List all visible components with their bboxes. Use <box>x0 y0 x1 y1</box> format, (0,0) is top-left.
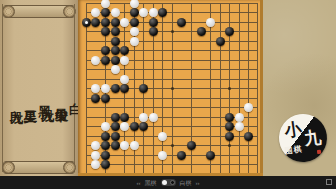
white-stone <box>130 37 139 46</box>
scroll-roller-end-icon <box>63 161 76 174</box>
white-stone <box>120 56 129 65</box>
white-stone <box>235 122 244 131</box>
white-stone <box>206 18 215 27</box>
logo-panel: 小 九 围棋 <box>263 0 336 176</box>
black-stone <box>216 37 225 46</box>
black-stone <box>101 151 110 160</box>
black-stone <box>82 18 91 27</box>
black-stone <box>111 132 120 141</box>
black-stone <box>101 94 110 103</box>
forward-arrows[interactable]: ›› <box>196 180 200 186</box>
rewind-arrows[interactable]: ‹‹ <box>137 180 141 186</box>
white-stone <box>139 113 148 122</box>
scroll-roller-top <box>3 5 75 18</box>
logo-char-jiu: 九 <box>303 126 323 151</box>
black-stone <box>111 84 120 93</box>
black-player-column: 黑 王星昊 九段 <box>9 25 51 165</box>
black-stone <box>244 132 253 141</box>
black-stone <box>130 8 139 17</box>
white-stone <box>120 75 129 84</box>
black-toggle-dot-icon <box>170 180 175 185</box>
white-stone <box>111 65 120 74</box>
black-stone <box>225 132 234 141</box>
white-stone <box>111 8 120 17</box>
black-stone <box>111 46 120 55</box>
white-stone <box>130 141 139 150</box>
black-stone <box>101 132 110 141</box>
white-stone <box>235 113 244 122</box>
black-stone <box>149 27 158 36</box>
black-stone <box>111 141 120 150</box>
scroll-roller-end-icon <box>2 5 15 18</box>
white-side-label: 白棋 <box>180 180 192 186</box>
go-board[interactable] <box>78 0 263 176</box>
scroll-roller-bottom <box>3 161 75 174</box>
black-stone <box>101 18 110 27</box>
black-stone <box>120 113 129 122</box>
white-stone <box>149 113 158 122</box>
black-stone <box>206 151 215 160</box>
black-stone <box>111 113 120 122</box>
black-stone <box>149 18 158 27</box>
white-stone <box>120 18 129 27</box>
player-scroll-panel: 白 申旻埈 九段 黑 王星昊 九段 <box>0 0 78 176</box>
black-stone <box>111 122 120 131</box>
color-toggle[interactable] <box>161 179 176 186</box>
logo-char-xiao: 小 <box>283 117 303 142</box>
playback-bar: ‹‹ 黑棋 白棋 ›› <box>0 176 336 189</box>
xiaojiu-weiqi-logo: 小 九 围棋 <box>276 111 330 165</box>
red-seal-icon <box>317 150 322 155</box>
white-stone <box>130 0 139 8</box>
fullscreen-icon[interactable] <box>326 179 332 185</box>
scroll-roller-end-icon <box>2 161 15 174</box>
logo-chars-weiqi: 围棋 <box>284 143 303 156</box>
black-stone <box>197 27 206 36</box>
black-stone <box>101 56 110 65</box>
scroll-border-left <box>2 4 3 172</box>
white-stone <box>130 27 139 36</box>
black-stone <box>130 122 139 131</box>
black-stone <box>111 56 120 65</box>
black-stone <box>111 18 120 27</box>
black-stone <box>111 37 120 46</box>
white-stone <box>149 8 158 17</box>
broadcast-frame: 白 申旻埈 九段 黑 王星昊 九段 小 九 围棋 ‹‹ 黑棋 <box>0 0 336 189</box>
black-stone <box>225 113 234 122</box>
black-stone <box>111 27 120 36</box>
white-stone <box>101 0 110 8</box>
last-move-marker <box>85 21 88 24</box>
white-toggle-dot-icon <box>162 180 167 185</box>
black-stone <box>130 18 139 27</box>
black-side-label: 黑棋 <box>145 180 157 186</box>
